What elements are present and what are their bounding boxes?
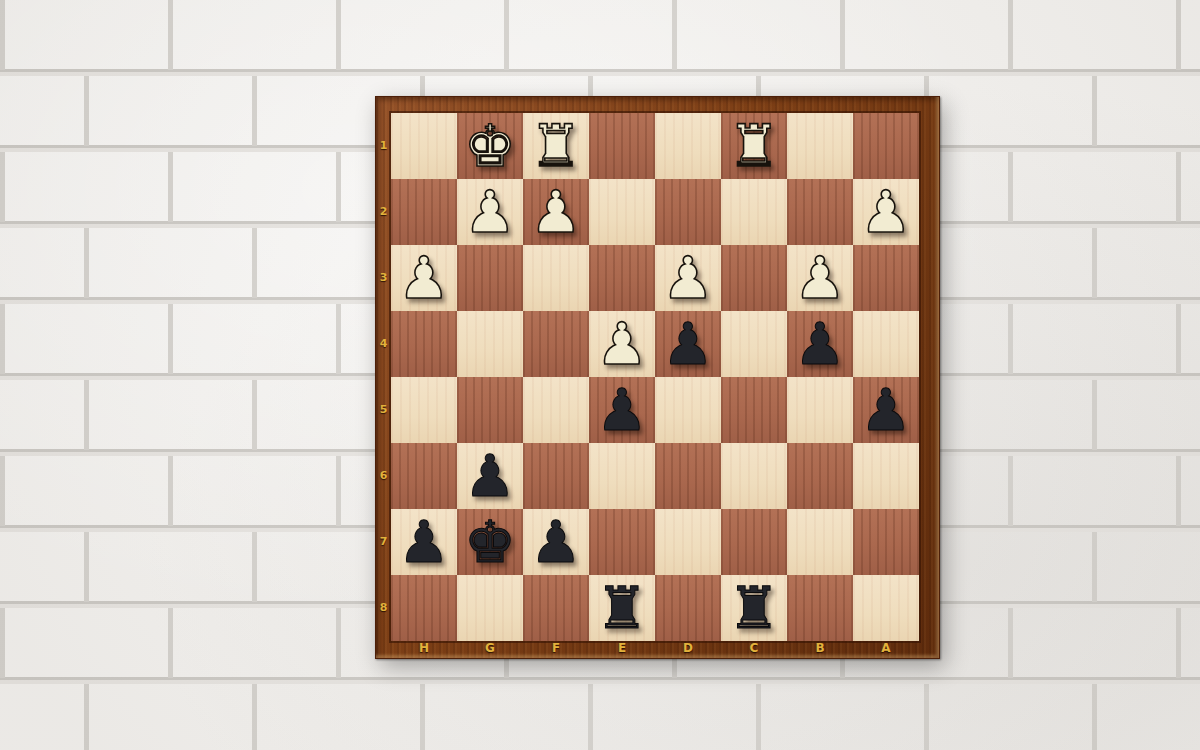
- square-f3[interactable]: [523, 245, 589, 311]
- square-a3[interactable]: [853, 245, 919, 311]
- black-pawn-e5[interactable]: ♟: [589, 377, 655, 443]
- square-h1[interactable]: [391, 113, 457, 179]
- square-d5[interactable]: [655, 377, 721, 443]
- black-king-g7[interactable]: ♚: [457, 509, 523, 575]
- square-c2[interactable]: [721, 179, 787, 245]
- square-g5[interactable]: [457, 377, 523, 443]
- square-g2[interactable]: ♟: [457, 179, 523, 245]
- file-label-h: H: [391, 639, 457, 658]
- square-d1[interactable]: [655, 113, 721, 179]
- square-f4[interactable]: [523, 311, 589, 377]
- rank-label-7: 7: [376, 509, 391, 575]
- square-d8[interactable]: [655, 575, 721, 641]
- square-g4[interactable]: [457, 311, 523, 377]
- square-b2[interactable]: [787, 179, 853, 245]
- square-f2[interactable]: ♟: [523, 179, 589, 245]
- square-e4[interactable]: ♟: [589, 311, 655, 377]
- file-label-d: D: [655, 639, 721, 658]
- square-f8[interactable]: [523, 575, 589, 641]
- square-f7[interactable]: ♟: [523, 509, 589, 575]
- black-pawn-h7[interactable]: ♟: [391, 509, 457, 575]
- square-b4[interactable]: ♟: [787, 311, 853, 377]
- square-d3[interactable]: ♟: [655, 245, 721, 311]
- square-g8[interactable]: [457, 575, 523, 641]
- black-pawn-a5[interactable]: ♟: [853, 377, 919, 443]
- square-c4[interactable]: [721, 311, 787, 377]
- square-h6[interactable]: [391, 443, 457, 509]
- square-h3[interactable]: ♟: [391, 245, 457, 311]
- white-king-g1[interactable]: ♚: [457, 113, 523, 179]
- white-pawn-f2[interactable]: ♟: [523, 179, 589, 245]
- file-label-f: F: [523, 639, 589, 658]
- file-label-b: B: [787, 639, 853, 658]
- square-b5[interactable]: [787, 377, 853, 443]
- square-d7[interactable]: [655, 509, 721, 575]
- black-pawn-f7[interactable]: ♟: [523, 509, 589, 575]
- square-e8[interactable]: ♜: [589, 575, 655, 641]
- square-c3[interactable]: [721, 245, 787, 311]
- square-c1[interactable]: ♜: [721, 113, 787, 179]
- square-a4[interactable]: [853, 311, 919, 377]
- square-h4[interactable]: [391, 311, 457, 377]
- square-c6[interactable]: [721, 443, 787, 509]
- white-pawn-b3[interactable]: ♟: [787, 245, 853, 311]
- square-a8[interactable]: [853, 575, 919, 641]
- square-d2[interactable]: [655, 179, 721, 245]
- square-d6[interactable]: [655, 443, 721, 509]
- white-rook-f1[interactable]: ♜: [523, 113, 589, 179]
- black-rook-c8[interactable]: ♜: [721, 575, 787, 641]
- white-pawn-a2[interactable]: ♟: [853, 179, 919, 245]
- square-g6[interactable]: ♟: [457, 443, 523, 509]
- square-e2[interactable]: [589, 179, 655, 245]
- square-b7[interactable]: [787, 509, 853, 575]
- square-e5[interactable]: ♟: [589, 377, 655, 443]
- rank-label-6: 6: [376, 443, 391, 509]
- square-h5[interactable]: [391, 377, 457, 443]
- white-pawn-e4[interactable]: ♟: [589, 311, 655, 377]
- white-pawn-d3[interactable]: ♟: [655, 245, 721, 311]
- square-b3[interactable]: ♟: [787, 245, 853, 311]
- chess-board[interactable]: ♚♜♜♟♟♟♟♟♟♟♟♟♟♟♟♟♚♟♜♜: [391, 113, 919, 641]
- chess-board-frame: ♚♜♜♟♟♟♟♟♟♟♟♟♟♟♟♟♚♟♜♜ 12345678 HGFEDCBA: [375, 96, 940, 659]
- brick-wall-background: ♚♜♜♟♟♟♟♟♟♟♟♟♟♟♟♟♚♟♜♜ 12345678 HGFEDCBA: [0, 0, 1200, 750]
- square-f6[interactable]: [523, 443, 589, 509]
- square-f5[interactable]: [523, 377, 589, 443]
- square-e1[interactable]: [589, 113, 655, 179]
- black-rook-e8[interactable]: ♜: [589, 575, 655, 641]
- file-label-c: C: [721, 639, 787, 658]
- black-pawn-b4[interactable]: ♟: [787, 311, 853, 377]
- square-e3[interactable]: [589, 245, 655, 311]
- file-label-a: A: [853, 639, 919, 658]
- white-pawn-g2[interactable]: ♟: [457, 179, 523, 245]
- square-c5[interactable]: [721, 377, 787, 443]
- square-h7[interactable]: ♟: [391, 509, 457, 575]
- square-h2[interactable]: [391, 179, 457, 245]
- black-pawn-g6[interactable]: ♟: [457, 443, 523, 509]
- square-a2[interactable]: ♟: [853, 179, 919, 245]
- square-a5[interactable]: ♟: [853, 377, 919, 443]
- square-c8[interactable]: ♜: [721, 575, 787, 641]
- black-pawn-d4[interactable]: ♟: [655, 311, 721, 377]
- square-a7[interactable]: [853, 509, 919, 575]
- square-g7[interactable]: ♚: [457, 509, 523, 575]
- square-g3[interactable]: [457, 245, 523, 311]
- square-b8[interactable]: [787, 575, 853, 641]
- rank-label-8: 8: [376, 575, 391, 641]
- square-c7[interactable]: [721, 509, 787, 575]
- rank-label-2: 2: [376, 179, 391, 245]
- white-rook-c1[interactable]: ♜: [721, 113, 787, 179]
- square-e7[interactable]: [589, 509, 655, 575]
- rank-label-5: 5: [376, 377, 391, 443]
- file-label-e: E: [589, 639, 655, 658]
- square-g1[interactable]: ♚: [457, 113, 523, 179]
- white-pawn-h3[interactable]: ♟: [391, 245, 457, 311]
- square-a6[interactable]: [853, 443, 919, 509]
- rank-label-3: 3: [376, 245, 391, 311]
- rank-label-4: 4: [376, 311, 391, 377]
- rank-label-1: 1: [376, 113, 391, 179]
- square-d4[interactable]: ♟: [655, 311, 721, 377]
- square-b1[interactable]: [787, 113, 853, 179]
- square-b6[interactable]: [787, 443, 853, 509]
- square-a1[interactable]: [853, 113, 919, 179]
- square-f1[interactable]: ♜: [523, 113, 589, 179]
- file-label-g: G: [457, 639, 523, 658]
- square-e6[interactable]: [589, 443, 655, 509]
- square-h8[interactable]: [391, 575, 457, 641]
